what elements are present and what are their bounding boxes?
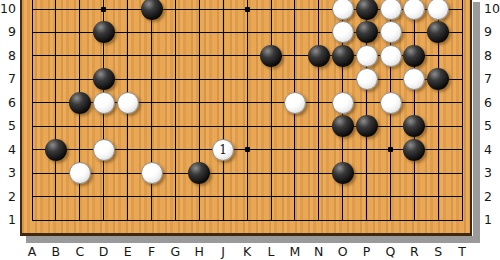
row-label-left-7: 7	[0, 71, 16, 87]
black-stone-P5	[356, 115, 378, 137]
row-label-left-3: 3	[0, 165, 16, 181]
grid-line-row-2	[32, 196, 463, 197]
grid-line-col-T	[462, 0, 463, 221]
col-label-O: O	[334, 244, 352, 260]
white-stone-Q10	[380, 0, 402, 20]
white-stone-Q8	[380, 45, 402, 67]
board-shadow-bottom	[26, 236, 480, 243]
row-label-right-1: 1	[484, 212, 500, 228]
black-stone-D7	[93, 68, 115, 90]
grid-line-col-J	[223, 0, 224, 221]
row-label-left-4: 4	[0, 142, 16, 158]
col-label-L: L	[262, 244, 280, 260]
black-stone-P9	[356, 21, 378, 43]
col-label-B: B	[47, 244, 65, 260]
white-stone-M6	[284, 92, 306, 114]
row-label-right-3: 3	[484, 165, 500, 181]
col-label-F: F	[143, 244, 161, 260]
col-label-Q: Q	[382, 244, 400, 260]
row-label-right-10: 10	[484, 1, 500, 17]
white-stone-Q9	[380, 21, 402, 43]
row-label-right-5: 5	[484, 118, 500, 134]
grid-line-col-N	[318, 0, 319, 221]
grid-line-col-F	[151, 0, 152, 221]
col-label-M: M	[286, 244, 304, 260]
grid-line-col-H	[199, 0, 200, 221]
white-stone-O6	[332, 92, 354, 114]
white-stone-O9	[332, 21, 354, 43]
black-stone-B4	[45, 139, 67, 161]
white-stone-J4: 1	[212, 139, 234, 161]
black-stone-R4	[403, 139, 425, 161]
grid-line-col-A	[32, 0, 33, 221]
grid-line-row-1	[32, 220, 463, 221]
white-stone-D4	[93, 139, 115, 161]
row-label-right-8: 8	[484, 48, 500, 64]
col-label-J: J	[214, 244, 232, 260]
white-stone-D6	[93, 92, 115, 114]
star-point-D10	[101, 7, 106, 12]
col-label-P: P	[358, 244, 376, 260]
grid-line-col-K	[247, 0, 248, 221]
col-label-E: E	[119, 244, 137, 260]
white-stone-C3	[69, 162, 91, 184]
col-label-T: T	[453, 244, 471, 260]
col-label-K: K	[238, 244, 256, 260]
black-stone-O8	[332, 45, 354, 67]
white-stone-F3	[141, 162, 163, 184]
white-stone-P7	[356, 68, 378, 90]
grid-line-row-5	[32, 126, 463, 127]
row-label-right-9: 9	[484, 24, 500, 40]
black-stone-N8	[308, 45, 330, 67]
col-label-S: S	[429, 244, 447, 260]
black-stone-L8	[260, 45, 282, 67]
col-label-N: N	[310, 244, 328, 260]
row-label-right-7: 7	[484, 71, 500, 87]
black-stone-O3	[332, 162, 354, 184]
white-stone-O10	[332, 0, 354, 20]
col-label-R: R	[405, 244, 423, 260]
col-label-H: H	[190, 244, 208, 260]
black-stone-P10	[356, 0, 378, 20]
star-point-K10	[245, 7, 250, 12]
go-diagram-screen: 11010998877665544332211ABCDEFGHJKLMNOPQR…	[0, 0, 500, 260]
grid-line-col-L	[271, 0, 272, 221]
row-label-right-6: 6	[484, 95, 500, 111]
col-label-D: D	[95, 244, 113, 260]
row-label-left-5: 5	[0, 118, 16, 134]
row-label-left-8: 8	[0, 48, 16, 64]
black-stone-D9	[93, 21, 115, 43]
col-label-G: G	[166, 244, 184, 260]
row-label-left-9: 9	[0, 24, 16, 40]
board-shadow-right	[473, 2, 480, 243]
black-stone-C6	[69, 92, 91, 114]
move-number-label: 1	[219, 144, 227, 156]
col-label-C: C	[71, 244, 89, 260]
white-stone-Q6	[380, 92, 402, 114]
grid-line-col-B	[55, 0, 56, 221]
col-label-A: A	[23, 244, 41, 260]
star-point-K4	[245, 147, 250, 152]
black-stone-F10	[141, 0, 163, 20]
row-label-left-1: 1	[0, 212, 16, 228]
grid-line-row-3	[32, 173, 463, 174]
star-point-Q4	[388, 147, 393, 152]
black-stone-O5	[332, 115, 354, 137]
row-label-left-6: 6	[0, 95, 16, 111]
white-stone-P8	[356, 45, 378, 67]
row-label-left-10: 10	[0, 1, 16, 17]
row-label-right-4: 4	[484, 142, 500, 158]
row-label-right-2: 2	[484, 189, 500, 205]
grid-line-col-G	[175, 0, 176, 221]
grid-line-col-R	[414, 0, 415, 221]
white-stone-E6	[117, 92, 139, 114]
row-label-left-2: 2	[0, 189, 16, 205]
